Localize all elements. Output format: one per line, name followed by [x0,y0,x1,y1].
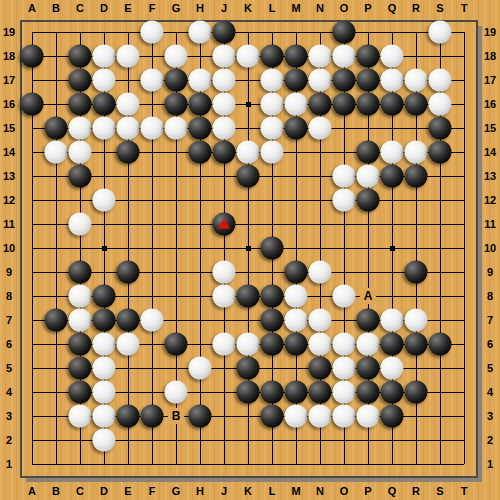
col-label-top-C: C [71,1,89,15]
row-label-left-19: 19 [0,25,18,39]
stone-white-D4[interactable] [93,381,116,404]
stone-white-D6[interactable] [93,333,116,356]
stone-white-E16[interactable] [117,93,140,116]
stone-white-M16[interactable] [285,93,308,116]
stone-white-J16[interactable] [213,93,236,116]
row-label-left-3: 3 [0,409,18,423]
stone-black-P12[interactable] [357,189,380,212]
stone-white-O3[interactable] [333,405,356,428]
row-label-right-3: 3 [481,409,499,423]
stone-white-Q7[interactable] [381,309,404,332]
row-label-left-11: 11 [0,217,18,231]
stone-white-D2[interactable] [93,429,116,452]
col-label-bottom-C: C [71,484,89,498]
stone-black-P14[interactable] [357,141,380,164]
row-label-left-9: 9 [0,265,18,279]
stone-white-C15[interactable] [69,117,92,140]
star-point-Q10 [390,246,395,251]
stone-black-D16[interactable] [93,93,116,116]
row-label-left-14: 14 [0,145,18,159]
stone-white-F19[interactable] [141,21,164,44]
stone-black-R16[interactable] [405,93,428,116]
stone-black-P4[interactable] [357,381,380,404]
stone-white-E18[interactable] [117,45,140,68]
col-label-top-R: R [407,1,425,15]
col-label-top-O: O [335,1,353,15]
stone-black-S15[interactable] [429,117,452,140]
stone-white-K18[interactable] [237,45,260,68]
stone-white-H19[interactable] [189,21,212,44]
row-label-right-1: 1 [481,457,499,471]
col-label-top-K: K [239,1,257,15]
col-label-top-N: N [311,1,329,15]
stone-black-N4[interactable] [309,381,332,404]
stone-white-M7[interactable] [285,309,308,332]
stone-black-C4[interactable] [69,381,92,404]
stone-black-J19[interactable] [213,21,236,44]
stone-white-O12[interactable] [333,189,356,212]
col-label-top-H: H [191,1,209,15]
col-label-bottom-J: J [215,484,233,498]
row-label-left-12: 12 [0,193,18,207]
stone-black-L7[interactable] [261,309,284,332]
stone-white-N7[interactable] [309,309,332,332]
stone-black-H15[interactable] [189,117,212,140]
stone-black-R6[interactable] [405,333,428,356]
stone-white-N18[interactable] [309,45,332,68]
stone-white-S17[interactable] [429,69,452,92]
stone-black-H16[interactable] [189,93,212,116]
row-label-right-7: 7 [481,313,499,327]
col-label-bottom-L: L [263,484,281,498]
stone-white-K14[interactable] [237,141,260,164]
col-label-top-M: M [287,1,305,15]
row-label-right-5: 5 [481,361,499,375]
row-label-right-8: 8 [481,289,499,303]
stone-white-C14[interactable] [69,141,92,164]
col-label-bottom-F: F [143,484,161,498]
stone-white-J9[interactable] [213,261,236,284]
row-label-left-17: 17 [0,73,18,87]
col-label-top-T: T [455,1,473,15]
go-board-screenshot: AB AABBCCDDEEFFGGHHJJKKLLMMNNOOPPQQRRSST… [0,0,500,500]
stone-black-L6[interactable] [261,333,284,356]
row-label-left-16: 16 [0,97,18,111]
stone-black-O16[interactable] [333,93,356,116]
stone-white-R7[interactable] [405,309,428,332]
row-label-right-19: 19 [481,25,499,39]
stone-black-M6[interactable] [285,333,308,356]
stone-white-R17[interactable] [405,69,428,92]
stone-white-N9[interactable] [309,261,332,284]
stone-white-D15[interactable] [93,117,116,140]
stone-white-C11[interactable] [69,213,92,236]
row-label-right-6: 6 [481,337,499,351]
stone-black-C18[interactable] [69,45,92,68]
stone-black-P16[interactable] [357,93,380,116]
stone-black-H3[interactable] [189,405,212,428]
stone-white-H5[interactable] [189,357,212,380]
stone-black-R13[interactable] [405,165,428,188]
point-label-B[interactable]: B [168,408,184,424]
row-label-right-13: 13 [481,169,499,183]
stone-black-L3[interactable] [261,405,284,428]
stone-black-L18[interactable] [261,45,284,68]
stone-black-C13[interactable] [69,165,92,188]
stone-white-P13[interactable] [357,165,380,188]
stone-black-P7[interactable] [357,309,380,332]
col-label-top-A: A [23,1,41,15]
stone-white-O6[interactable] [333,333,356,356]
col-label-bottom-T: T [455,484,473,498]
col-label-bottom-K: K [239,484,257,498]
stone-white-L17[interactable] [261,69,284,92]
stone-white-F17[interactable] [141,69,164,92]
stone-black-Q16[interactable] [381,93,404,116]
col-label-top-G: G [167,1,185,15]
point-label-A[interactable]: A [360,288,376,304]
row-label-right-9: 9 [481,265,499,279]
stone-white-D17[interactable] [93,69,116,92]
col-label-bottom-S: S [431,484,449,498]
stone-black-N16[interactable] [309,93,332,116]
stone-white-S19[interactable] [429,21,452,44]
stone-white-Q18[interactable] [381,45,404,68]
stone-black-S14[interactable] [429,141,452,164]
row-label-right-15: 15 [481,121,499,135]
col-label-bottom-M: M [287,484,305,498]
stone-white-J15[interactable] [213,117,236,140]
row-label-right-2: 2 [481,433,499,447]
stone-black-C17[interactable] [69,69,92,92]
stone-white-F7[interactable] [141,309,164,332]
col-label-bottom-N: N [311,484,329,498]
col-label-bottom-H: H [191,484,209,498]
stone-black-J14[interactable] [213,141,236,164]
stone-white-J6[interactable] [213,333,236,356]
stone-white-E6[interactable] [117,333,140,356]
stone-white-L14[interactable] [261,141,284,164]
stone-black-O19[interactable] [333,21,356,44]
stone-white-C3[interactable] [69,405,92,428]
row-label-left-6: 6 [0,337,18,351]
stone-white-O8[interactable] [333,285,356,308]
row-label-right-10: 10 [481,241,499,255]
stone-black-P18[interactable] [357,45,380,68]
stone-white-O4[interactable] [333,381,356,404]
stone-white-L15[interactable] [261,117,284,140]
stone-black-K13[interactable] [237,165,260,188]
stone-white-B14[interactable] [45,141,68,164]
stone-white-E15[interactable] [117,117,140,140]
row-label-left-5: 5 [0,361,18,375]
stone-black-D7[interactable] [93,309,116,332]
stone-white-D5[interactable] [93,357,116,380]
stone-black-M4[interactable] [285,381,308,404]
stone-black-B15[interactable] [45,117,68,140]
stone-white-O18[interactable] [333,45,356,68]
stone-white-L16[interactable] [261,93,284,116]
stone-white-Q14[interactable] [381,141,404,164]
col-label-top-L: L [263,1,281,15]
stone-white-M8[interactable] [285,285,308,308]
stone-black-P5[interactable] [357,357,380,380]
stone-black-K5[interactable] [237,357,260,380]
stone-black-E7[interactable] [117,309,140,332]
board-grid [22,22,476,476]
col-label-top-E: E [119,1,137,15]
stone-black-E14[interactable] [117,141,140,164]
stone-white-N3[interactable] [309,405,332,428]
row-label-right-11: 11 [481,217,499,231]
last-move-triangle-marker [218,219,230,229]
stone-black-D8[interactable] [93,285,116,308]
star-point-K10 [246,246,251,251]
col-label-bottom-E: E [119,484,137,498]
stone-white-M3[interactable] [285,405,308,428]
row-label-right-4: 4 [481,385,499,399]
stone-white-D3[interactable] [93,405,116,428]
stone-black-B7[interactable] [45,309,68,332]
stone-black-P17[interactable] [357,69,380,92]
stone-black-C5[interactable] [69,357,92,380]
stone-black-G6[interactable] [165,333,188,356]
col-label-bottom-A: A [23,484,41,498]
stone-black-M15[interactable] [285,117,308,140]
col-label-top-D: D [95,1,113,15]
row-label-left-1: 1 [0,457,18,471]
stone-white-H17[interactable] [189,69,212,92]
stone-white-D12[interactable] [93,189,116,212]
stone-black-L8[interactable] [261,285,284,308]
stone-white-G18[interactable] [165,45,188,68]
stone-black-F3[interactable] [141,405,164,428]
stone-black-O17[interactable] [333,69,356,92]
star-point-K16 [246,102,251,107]
stone-black-G17[interactable] [165,69,188,92]
stone-black-C9[interactable] [69,261,92,284]
stone-white-N17[interactable] [309,69,332,92]
stone-black-K4[interactable] [237,381,260,404]
col-label-bottom-O: O [335,484,353,498]
stone-black-S6[interactable] [429,333,452,356]
stone-white-Q5[interactable] [381,357,404,380]
col-label-bottom-B: B [47,484,65,498]
col-label-top-B: B [47,1,65,15]
col-label-top-J: J [215,1,233,15]
row-label-right-16: 16 [481,97,499,111]
stone-black-M9[interactable] [285,261,308,284]
stone-white-C7[interactable] [69,309,92,332]
col-label-bottom-P: P [359,484,377,498]
row-label-left-10: 10 [0,241,18,255]
stone-black-R4[interactable] [405,381,428,404]
col-label-bottom-G: G [167,484,185,498]
stone-black-E9[interactable] [117,261,140,284]
row-label-right-12: 12 [481,193,499,207]
stone-black-G16[interactable] [165,93,188,116]
row-label-left-2: 2 [0,433,18,447]
stone-black-C6[interactable] [69,333,92,356]
stone-black-Q3[interactable] [381,405,404,428]
stone-black-M18[interactable] [285,45,308,68]
star-point-D10 [102,246,107,251]
row-label-left-8: 8 [0,289,18,303]
stone-black-L10[interactable] [261,237,284,260]
col-label-top-F: F [143,1,161,15]
stone-black-H14[interactable] [189,141,212,164]
stone-white-O5[interactable] [333,357,356,380]
stone-white-K6[interactable] [237,333,260,356]
stone-black-N5[interactable] [309,357,332,380]
go-board[interactable]: AB [20,20,478,478]
col-label-top-P: P [359,1,377,15]
stone-white-P6[interactable] [357,333,380,356]
row-label-left-4: 4 [0,385,18,399]
row-label-left-13: 13 [0,169,18,183]
stone-white-S16[interactable] [429,93,452,116]
stone-black-K8[interactable] [237,285,260,308]
stone-white-D18[interactable] [93,45,116,68]
col-label-bottom-Q: Q [383,484,401,498]
row-label-left-18: 18 [0,49,18,63]
stone-white-G4[interactable] [165,381,188,404]
stone-black-A18[interactable] [21,45,44,68]
stone-white-J8[interactable] [213,285,236,308]
stone-white-G15[interactable] [165,117,188,140]
stone-white-P3[interactable] [357,405,380,428]
stone-black-C16[interactable] [69,93,92,116]
col-label-top-S: S [431,1,449,15]
row-label-right-14: 14 [481,145,499,159]
stone-white-R14[interactable] [405,141,428,164]
stone-white-N15[interactable] [309,117,332,140]
stone-white-O13[interactable] [333,165,356,188]
row-label-right-18: 18 [481,49,499,63]
stone-black-E3[interactable] [117,405,140,428]
stone-black-M17[interactable] [285,69,308,92]
row-label-left-7: 7 [0,313,18,327]
stone-white-C8[interactable] [69,285,92,308]
row-label-right-17: 17 [481,73,499,87]
stone-black-R9[interactable] [405,261,428,284]
col-label-bottom-R: R [407,484,425,498]
stone-black-A16[interactable] [21,93,44,116]
stone-white-J17[interactable] [213,69,236,92]
stone-white-F15[interactable] [141,117,164,140]
stone-white-N6[interactable] [309,333,332,356]
stone-black-Q13[interactable] [381,165,404,188]
stone-black-L4[interactable] [261,381,284,404]
stone-black-Q6[interactable] [381,333,404,356]
col-label-top-Q: Q [383,1,401,15]
col-label-bottom-D: D [95,484,113,498]
stone-white-J18[interactable] [213,45,236,68]
stone-white-Q17[interactable] [381,69,404,92]
row-label-left-15: 15 [0,121,18,135]
stone-black-Q4[interactable] [381,381,404,404]
